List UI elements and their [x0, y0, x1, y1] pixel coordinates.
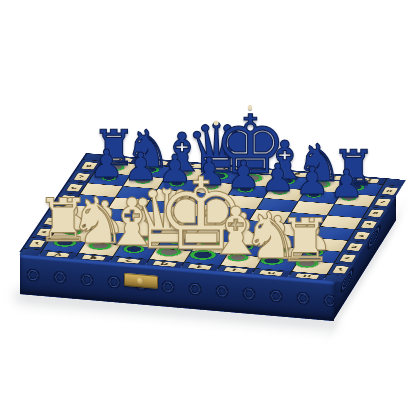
coordinate-tile: 8 [81, 162, 97, 170]
coordinate-tile: D [153, 261, 177, 267]
coordinate-tile: 3 [346, 243, 362, 251]
coordinate-tile: A [46, 252, 70, 258]
chess-set-photo: ABCDEFGH8877665544332211ABCDEFGH ♜♞♝♛♚♝♞… [0, 0, 416, 416]
brass-latch-icon [124, 273, 158, 289]
coordinate-tile: 4 [51, 206, 67, 214]
coordinate-tile: 5 [58, 195, 74, 203]
coordinate-tile: 2 [339, 254, 355, 262]
coordinate-tile: F [224, 267, 248, 273]
coordinate-tile: 7 [374, 198, 390, 206]
coordinate-tile: 6 [367, 209, 383, 217]
coordinate-tile: 2 [36, 228, 52, 236]
coordinate-tile: B [82, 255, 106, 261]
coordinate-tile: E [188, 264, 212, 270]
coordinate-tile: 5 [360, 221, 376, 229]
coordinate-tile: 7 [73, 173, 89, 181]
crown-accent-dot [248, 105, 252, 109]
coordinate-tile: 8 [381, 187, 397, 195]
coordinate-tile: G [259, 270, 283, 276]
coordinate-tile: H [295, 273, 319, 279]
crown-accent-dot [214, 121, 219, 126]
coordinate-tile: 6 [66, 184, 82, 192]
coordinate-tile: 1 [28, 240, 44, 248]
coordinate-tile: 3 [44, 217, 60, 225]
coordinate-tile: C [117, 258, 141, 264]
coordinate-tile: 1 [332, 266, 348, 274]
coordinate-tile: 4 [353, 232, 369, 240]
